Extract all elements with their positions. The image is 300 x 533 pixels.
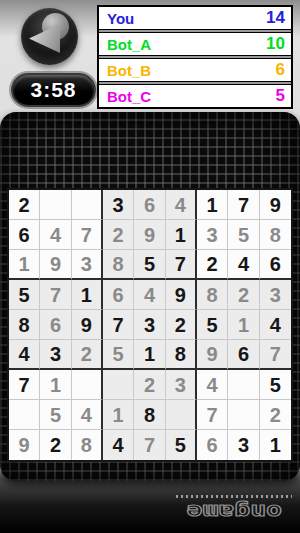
cell-r8c5[interactable]: 8 bbox=[134, 400, 165, 430]
cell-r5c4[interactable]: 7 bbox=[103, 310, 134, 340]
score-row-Bot_B: Bot_B6 bbox=[99, 58, 291, 82]
header: 3:58 You14Bot_A10Bot_B6Bot_C5 bbox=[0, 0, 300, 113]
cell-r4c4[interactable]: 6 bbox=[103, 280, 134, 310]
cell-r3c3[interactable]: 3 bbox=[72, 250, 103, 280]
cell-r9c4[interactable]: 4 bbox=[103, 430, 134, 460]
cell-r6c8[interactable]: 6 bbox=[228, 340, 259, 370]
speaker-grille-panel: 2364179647291358193857246571649823869732… bbox=[0, 112, 300, 481]
sudoku-board: 2364179647291358193857246571649823869732… bbox=[7, 188, 293, 462]
cell-r7c2[interactable]: 1 bbox=[40, 370, 71, 400]
cell-r2c1[interactable]: 6 bbox=[9, 220, 40, 250]
player-name: Bot_B bbox=[107, 62, 151, 79]
cell-r9c3[interactable]: 8 bbox=[72, 430, 103, 460]
cell-r3c7[interactable]: 2 bbox=[197, 250, 228, 280]
logo-text: ongame bbox=[186, 504, 281, 520]
cell-r9c2[interactable]: 2 bbox=[40, 430, 71, 460]
player-score: 5 bbox=[276, 86, 285, 106]
cell-r9c8[interactable]: 3 bbox=[228, 430, 259, 460]
cell-r1c6[interactable]: 4 bbox=[166, 190, 197, 220]
cell-r8c2[interactable]: 5 bbox=[40, 400, 71, 430]
cell-r1c8[interactable]: 7 bbox=[228, 190, 259, 220]
cell-r5c7[interactable]: 5 bbox=[197, 310, 228, 340]
cell-r3c8[interactable]: 4 bbox=[228, 250, 259, 280]
cell-r4c2[interactable]: 7 bbox=[40, 280, 71, 310]
cell-r7c1[interactable]: 7 bbox=[9, 370, 40, 400]
cell-r3c5[interactable]: 5 bbox=[134, 250, 165, 280]
cell-r2c7[interactable]: 3 bbox=[197, 220, 228, 250]
cell-r6c7[interactable]: 9 bbox=[197, 340, 228, 370]
cell-r3c2[interactable]: 9 bbox=[40, 250, 71, 280]
player-score: 6 bbox=[276, 60, 285, 80]
cell-r6c3[interactable]: 2 bbox=[72, 340, 103, 370]
dotted-line bbox=[176, 495, 292, 498]
cell-r7c6[interactable]: 3 bbox=[166, 370, 197, 400]
cell-r7c4[interactable] bbox=[103, 370, 134, 400]
cell-r5c6[interactable]: 2 bbox=[166, 310, 197, 340]
cell-r8c9[interactable]: 2 bbox=[260, 400, 291, 430]
cell-r1c2[interactable] bbox=[40, 190, 71, 220]
player-name: You bbox=[107, 10, 134, 27]
timer-display: 3:58 bbox=[11, 73, 96, 107]
cell-r3c4[interactable]: 8 bbox=[103, 250, 134, 280]
cell-r9c6[interactable]: 5 bbox=[166, 430, 197, 460]
cell-r5c2[interactable]: 6 bbox=[40, 310, 71, 340]
score-row-Bot_A: Bot_A10 bbox=[99, 32, 291, 56]
cell-r2c3[interactable]: 7 bbox=[72, 220, 103, 250]
cell-r1c4[interactable]: 3 bbox=[103, 190, 134, 220]
cell-r4c5[interactable]: 4 bbox=[134, 280, 165, 310]
cell-r3c9[interactable]: 6 bbox=[260, 250, 291, 280]
cell-r8c4[interactable]: 1 bbox=[103, 400, 134, 430]
cell-r4c8[interactable]: 2 bbox=[228, 280, 259, 310]
cell-r7c3[interactable] bbox=[72, 370, 103, 400]
player-name: Bot_C bbox=[107, 88, 151, 105]
cell-r8c1[interactable] bbox=[9, 400, 40, 430]
cell-r1c3[interactable] bbox=[72, 190, 103, 220]
cell-r6c4[interactable]: 5 bbox=[103, 340, 134, 370]
cell-r8c3[interactable]: 4 bbox=[72, 400, 103, 430]
cell-r5c8[interactable]: 1 bbox=[228, 310, 259, 340]
cell-r3c6[interactable]: 7 bbox=[166, 250, 197, 280]
player-name: Bot_A bbox=[107, 36, 151, 53]
cell-r5c9[interactable]: 4 bbox=[260, 310, 291, 340]
cell-r6c2[interactable]: 3 bbox=[40, 340, 71, 370]
player-score: 14 bbox=[266, 8, 285, 28]
cell-r2c2[interactable]: 4 bbox=[40, 220, 71, 250]
cell-r4c7[interactable]: 8 bbox=[197, 280, 228, 310]
cell-r7c5[interactable]: 2 bbox=[134, 370, 165, 400]
cell-r8c6[interactable] bbox=[166, 400, 197, 430]
cell-r4c9[interactable]: 3 bbox=[260, 280, 291, 310]
cell-r5c3[interactable]: 9 bbox=[72, 310, 103, 340]
scoreboard: You14Bot_A10Bot_B6Bot_C5 bbox=[97, 5, 293, 109]
app-screen: 3:58 You14Bot_A10Bot_B6Bot_C5 ongame 236… bbox=[0, 0, 300, 533]
cell-r1c5[interactable]: 6 bbox=[134, 190, 165, 220]
cell-r9c9[interactable]: 1 bbox=[260, 430, 291, 460]
score-row-Bot_C: Bot_C5 bbox=[99, 84, 291, 107]
back-button[interactable] bbox=[21, 8, 78, 65]
cell-r7c8[interactable] bbox=[228, 370, 259, 400]
cell-r9c7[interactable]: 6 bbox=[197, 430, 228, 460]
cell-r5c1[interactable]: 8 bbox=[9, 310, 40, 340]
cell-r2c6[interactable]: 1 bbox=[166, 220, 197, 250]
cell-r9c1[interactable]: 9 bbox=[9, 430, 40, 460]
cell-r3c1[interactable]: 1 bbox=[9, 250, 40, 280]
cell-r8c8[interactable] bbox=[228, 400, 259, 430]
cell-r1c9[interactable]: 9 bbox=[260, 190, 291, 220]
cell-r5c5[interactable]: 3 bbox=[134, 310, 165, 340]
cell-r4c3[interactable]: 1 bbox=[72, 280, 103, 310]
cell-r8c7[interactable]: 7 bbox=[197, 400, 228, 430]
cell-r6c5[interactable]: 1 bbox=[134, 340, 165, 370]
cell-r6c6[interactable]: 8 bbox=[166, 340, 197, 370]
cell-r4c6[interactable]: 9 bbox=[166, 280, 197, 310]
cell-r1c7[interactable]: 1 bbox=[197, 190, 228, 220]
cell-r2c4[interactable]: 2 bbox=[103, 220, 134, 250]
cell-r6c9[interactable]: 7 bbox=[260, 340, 291, 370]
cell-r7c7[interactable]: 4 bbox=[197, 370, 228, 400]
cell-r2c5[interactable]: 9 bbox=[134, 220, 165, 250]
cell-r6c1[interactable]: 4 bbox=[9, 340, 40, 370]
cell-r1c1[interactable]: 2 bbox=[9, 190, 40, 220]
player-score: 10 bbox=[266, 34, 285, 54]
cell-r4c1[interactable]: 5 bbox=[9, 280, 40, 310]
cell-r2c9[interactable]: 8 bbox=[260, 220, 291, 250]
cell-r2c8[interactable]: 5 bbox=[228, 220, 259, 250]
cell-r7c9[interactable]: 5 bbox=[260, 370, 291, 400]
ongame-logo: ongame bbox=[176, 495, 292, 524]
score-row-You: You14 bbox=[99, 7, 291, 30]
cell-r9c5[interactable]: 7 bbox=[134, 430, 165, 460]
